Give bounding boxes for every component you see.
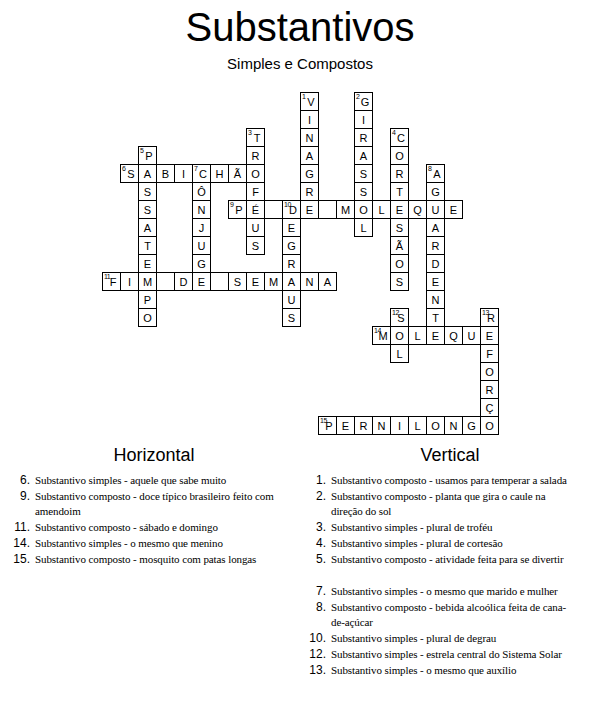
cell-letter: D [427, 258, 444, 271]
clue-item-text: Substantivo simples - aquele que sabe mu… [35, 473, 226, 488]
cell-letter: R [481, 312, 498, 325]
grid-cell[interactable]: U [192, 236, 211, 255]
grid-cell[interactable]: L [408, 326, 427, 345]
grid-cell[interactable]: L [390, 344, 409, 363]
grid-cell[interactable]: G [192, 254, 211, 273]
cell-letter: S [283, 312, 300, 325]
cell-letter: R [427, 240, 444, 253]
clue-item-number: 6. [6, 473, 30, 488]
grid-cell[interactable]: 7C [192, 164, 211, 183]
grid-cell[interactable]: L [372, 200, 391, 219]
grid-cell[interactable]: L [354, 218, 373, 237]
horizontal-clue-list: 6.Substantivo simples - aquele que sabe … [6, 473, 302, 567]
grid-cell[interactable]: A [138, 218, 157, 237]
cell-letter: A [301, 150, 318, 163]
cell-letter: G [463, 420, 480, 433]
cell-letter: A [139, 222, 156, 235]
cell-letter: O [139, 312, 156, 325]
clue-item-number: 14. [6, 536, 30, 551]
cell-letter: N [301, 276, 318, 289]
grid-cell[interactable]: S [354, 164, 373, 183]
grid-cell[interactable]: T [426, 308, 445, 327]
grid-cell[interactable]: R [300, 182, 319, 201]
grid-cell[interactable]: D [174, 272, 193, 291]
grid-cell[interactable]: R [282, 254, 301, 273]
grid-cell[interactable]: A [282, 272, 301, 291]
cell-letter: P [319, 420, 336, 433]
clue-item-number: 7. [302, 584, 326, 599]
cell-letter: I [175, 168, 192, 181]
grid-cell[interactable]: Q [408, 200, 427, 219]
grid-cell[interactable]: Ô [192, 182, 211, 201]
cell-letter: O [247, 168, 264, 181]
cell-letter: G [301, 168, 318, 181]
grid-cell[interactable]: O [390, 254, 409, 273]
grid-cell[interactable]: S [354, 182, 373, 201]
cell-letter: R [247, 150, 264, 163]
cell-letter: P [139, 150, 156, 163]
grid-cell[interactable]: I [300, 110, 319, 129]
cell-letter: C [391, 132, 408, 145]
clue-item-text: Substantivo simples - plural de troféu [331, 520, 492, 535]
grid-cell[interactable]: A [300, 146, 319, 165]
cell-letter: E [427, 330, 444, 343]
grid-cell[interactable]: A [138, 164, 157, 183]
grid-cell[interactable]: U [462, 326, 481, 345]
clue-item: 3.Substantivo simples - plural de troféu [302, 520, 598, 535]
cell-letter: C [193, 168, 210, 181]
clue-item-text: Substantivo simples - plural de cortesão [331, 536, 503, 551]
grid-cell[interactable]: R [354, 128, 373, 147]
grid-cell[interactable]: G [300, 164, 319, 183]
clue-item: 15.Substantivo composto - mosquito com p… [6, 552, 302, 567]
cell-letter: S [355, 168, 372, 181]
cell-letter: L [373, 204, 390, 217]
grid-cell[interactable]: M [138, 272, 157, 291]
clue-item-number: 5. [302, 552, 326, 567]
page-subtitle: Simples e Compostos [0, 55, 600, 72]
cell-letter: D [283, 204, 300, 217]
grid-cell[interactable]: S [282, 308, 301, 327]
cell-letter: Ç [481, 402, 498, 415]
grid-cell[interactable]: A [318, 272, 337, 291]
clue-item-text: Substantivo composto - bebida alcoólica … [331, 600, 566, 630]
cell-letter: T [427, 312, 444, 325]
grid-cell[interactable]: H [210, 164, 229, 183]
cell-letter: U [193, 240, 210, 253]
cell-letter: O [391, 258, 408, 271]
cell-letter: E [283, 222, 300, 235]
grid-cell[interactable]: 3T [246, 128, 265, 147]
grid-cell[interactable]: S [228, 272, 247, 291]
cell-letter: G [193, 258, 210, 271]
grid-cell[interactable]: D [426, 254, 445, 273]
grid-cell[interactable]: O [354, 200, 373, 219]
grid-cell[interactable]: E [426, 326, 445, 345]
grid-cell[interactable]: O [480, 362, 499, 381]
grid-cell[interactable]: Ã [228, 164, 247, 183]
grid-cell[interactable]: E [480, 326, 499, 345]
clue-item-number: 1. [302, 473, 326, 488]
grid-cell[interactable]: 12S [390, 308, 409, 327]
grid-cell[interactable]: G [426, 182, 445, 201]
grid-cell[interactable]: E [138, 254, 157, 273]
grid-cell[interactable]: P [138, 290, 157, 309]
grid-cell[interactable]: O [246, 164, 265, 183]
cell-letter: N [301, 132, 318, 145]
cell-letter: Ã [391, 240, 408, 253]
cell-letter: N [373, 420, 390, 433]
grid-cell[interactable]: I [354, 110, 373, 129]
cell-letter: Q [409, 204, 426, 217]
clue-item-text: Substantivo simples - plural de degrau [331, 631, 496, 646]
grid-cell[interactable]: M [336, 200, 355, 219]
clue-item-text: Substantivo simples - o mesmo que menino [35, 536, 223, 551]
grid-cell[interactable]: S [390, 218, 409, 237]
clue-item-text: Substantivo composto - usamos para tempe… [331, 473, 567, 488]
cell-letter: R [283, 258, 300, 271]
cell-letter: L [409, 330, 426, 343]
grid-cell[interactable]: E [300, 200, 319, 219]
cell-letter: F [103, 276, 120, 289]
cell-letter: S [139, 204, 156, 217]
grid-cell[interactable]: 4C [390, 128, 409, 147]
cell-letter: Ã [229, 168, 246, 181]
cell-letter: M [265, 276, 282, 289]
grid-cell[interactable]: A [426, 218, 445, 237]
cell-letter: E [337, 420, 354, 433]
page-title: Substantivos [0, 5, 600, 49]
clue-item-number: 8. [302, 600, 326, 630]
clues-vertical-section: Vertical 1.Substantivo composto - usamos… [302, 444, 598, 679]
clue-item: 9.Substantivo composto - doce típico bra… [6, 489, 302, 519]
cell-letter: N [427, 294, 444, 307]
cell-letter: T [247, 132, 264, 145]
grid-cell[interactable]: B [156, 164, 175, 183]
grid-cell[interactable]: F [246, 182, 265, 201]
grid-cell[interactable]: O [390, 146, 409, 165]
cell-letter: L [409, 420, 426, 433]
clue-item-text: Substantivo simples - o mesmo que marido… [331, 584, 558, 599]
cell-letter: E [301, 204, 318, 217]
grid-cell[interactable]: E [390, 200, 409, 219]
grid-cell[interactable]: U [426, 200, 445, 219]
clue-item: 8.Substantivo composto - bebida alcoólic… [302, 600, 598, 630]
grid-cell[interactable]: I [174, 164, 193, 183]
cell-letter: B [157, 168, 174, 181]
cell-letter: U [247, 222, 264, 235]
grid-cell[interactable]: T [390, 182, 409, 201]
grid-cell[interactable]: S [246, 236, 265, 255]
cell-letter: A [427, 222, 444, 235]
clue-item: 7.Substantivo simples - o mesmo que mari… [302, 584, 598, 599]
cell-letter: J [193, 222, 210, 235]
cell-letter: O [391, 330, 408, 343]
cell-letter: U [463, 330, 480, 343]
cell-letter: E [247, 276, 264, 289]
clue-item: 14.Substantivo simples - o mesmo que men… [6, 536, 302, 551]
clue-item-number: 12. [302, 647, 326, 662]
clue-item-text: Substantivo simples - o mesmo que auxíli… [331, 663, 516, 678]
cell-letter: S [139, 186, 156, 199]
cell-letter: T [391, 186, 408, 199]
cell-letter: L [391, 348, 408, 361]
grid-cell[interactable]: U [282, 290, 301, 309]
grid-cell[interactable]: 5P [138, 146, 157, 165]
grid-cell[interactable]: 15P [318, 416, 337, 435]
cell-letter: M [139, 276, 156, 289]
clue-item-text: Substantivo composto - atividade feita p… [331, 552, 563, 567]
clue-item-text: Substantivo composto - planta que gira o… [331, 489, 545, 519]
cell-letter: E [193, 276, 210, 289]
clue-item-number: 2. [302, 489, 326, 519]
grid-cell[interactable]: M [264, 272, 283, 291]
grid-cell[interactable]: E [192, 272, 211, 291]
grid-cell[interactable]: 9P [228, 200, 247, 219]
grid-cell[interactable]: I [120, 272, 139, 291]
cell-letter: E [139, 258, 156, 271]
cell-letter: F [481, 348, 498, 361]
grid-cell[interactable]: O [426, 416, 445, 435]
cell-letter: N [193, 204, 210, 217]
cell-letter: R [391, 168, 408, 181]
cell-letter: E [445, 204, 462, 217]
grid-cell[interactable]: R [246, 146, 265, 165]
grid-cell[interactable]: N [192, 200, 211, 219]
grid-cell[interactable]: N [300, 272, 319, 291]
cell-letter: S [121, 168, 138, 181]
cell-letter: S [391, 222, 408, 235]
clue-item-text: Substantivo composto - sábado e domingo [35, 520, 218, 535]
grid-cell[interactable]: 13R [480, 308, 499, 327]
clue-item: 5.Substantivo composto - atividade feita… [302, 552, 598, 567]
clue-item-number: 11. [6, 520, 30, 535]
cell-letter: E [481, 330, 498, 343]
cell-letter: G [355, 96, 372, 109]
grid-cell[interactable]: 14M [372, 326, 391, 345]
cell-letter: I [121, 276, 138, 289]
cell-letter: R [301, 186, 318, 199]
clue-item-text: Substantivo composto - doce típico brasi… [35, 489, 274, 519]
cell-letter: F [247, 186, 264, 199]
cell-letter: G [283, 240, 300, 253]
grid-cell[interactable]: S [138, 200, 157, 219]
clue-item: 1.Substantivo composto - usamos para tem… [302, 473, 598, 488]
grid-cell[interactable]: N [444, 416, 463, 435]
grid-cell[interactable]: R [354, 416, 373, 435]
clues-horizontal-section: Horizontal 6.Substantivo simples - aquel… [6, 444, 302, 568]
grid-cell[interactable]: U [246, 218, 265, 237]
clue-item-number: 4. [302, 536, 326, 551]
cell-letter: R [355, 132, 372, 145]
grid-cell[interactable]: F [480, 344, 499, 363]
grid-cell[interactable]: Ç [480, 398, 499, 417]
grid-cell[interactable]: T [138, 236, 157, 255]
clue-item: 2.Substantivo composto - planta que gira… [302, 489, 598, 519]
clue-item-number: 15. [6, 552, 30, 567]
cell-letter: O [481, 366, 498, 379]
clue-item: 4.Substantivo simples - plural de cortes… [302, 536, 598, 551]
cell-letter: L [355, 222, 372, 235]
cell-letter: H [211, 168, 228, 181]
grid-cell[interactable]: 2G [354, 92, 373, 111]
cell-letter: S [391, 312, 408, 325]
cell-letter: G [427, 186, 444, 199]
cell-letter: O [391, 150, 408, 163]
grid-cell[interactable]: O [480, 416, 499, 435]
vertical-clue-list: 1.Substantivo composto - usamos para tem… [302, 473, 598, 678]
clue-item: 11.Substantivo composto - sábado e domin… [6, 520, 302, 535]
horizontal-heading: Horizontal [6, 444, 302, 466]
cell-letter: I [301, 114, 318, 127]
grid-cell[interactable]: S [390, 272, 409, 291]
grid-cell[interactable]: I [390, 416, 409, 435]
clue-item: 10.Substantivo simples - plural de degra… [302, 631, 598, 646]
cell-letter: S [355, 186, 372, 199]
grid-cell[interactable] [210, 272, 229, 291]
grid-cell[interactable] [318, 200, 337, 219]
grid-cell[interactable]: A [354, 146, 373, 165]
cell-letter: N [445, 420, 462, 433]
cell-letter: V [301, 96, 318, 109]
clue-item-number: 9. [6, 489, 30, 519]
cell-letter: O [481, 420, 498, 433]
crossword-grid: 1V2GII3TNR4C5PRAAO6SABI7CHÃOGSR8ASÔFRSTG… [102, 92, 499, 435]
grid-cell[interactable]: E [444, 200, 463, 219]
clue-item-number: 10. [302, 631, 326, 646]
cell-letter: P [139, 294, 156, 307]
grid-cell[interactable]: 8A [426, 164, 445, 183]
cell-letter: M [373, 330, 390, 343]
grid-cell[interactable] [156, 272, 175, 291]
cell-letter: S [247, 240, 264, 253]
cell-letter: U [283, 294, 300, 307]
grid-cell[interactable]: N [300, 128, 319, 147]
clue-item: 12.Substantivo simples - estrela central… [302, 647, 598, 662]
cell-letter: D [175, 276, 192, 289]
clue-item-number: 13. [302, 663, 326, 678]
grid-cell[interactable]: 11F [102, 272, 121, 291]
cell-letter: Ô [193, 186, 210, 199]
grid-cell[interactable]: J [192, 218, 211, 237]
clue-item-text: Substantivo composto - mosquito com pata… [35, 552, 256, 567]
cell-letter: A [283, 276, 300, 289]
clue-item: 6.Substantivo simples - aquele que sabe … [6, 473, 302, 488]
clue-item-text: Substantivo simples - estrela central do… [331, 647, 562, 662]
cell-letter: R [355, 420, 372, 433]
clue-item-number: 3. [302, 520, 326, 535]
grid-cell[interactable]: E [426, 272, 445, 291]
grid-cell[interactable]: Ã [390, 236, 409, 255]
cell-letter: E [427, 276, 444, 289]
cell-letter: U [427, 204, 444, 217]
grid-cell[interactable]: 6S [120, 164, 139, 183]
grid-cell[interactable]: N [426, 290, 445, 309]
cell-letter: Q [445, 330, 462, 343]
grid-cell[interactable]: G [282, 236, 301, 255]
grid-cell[interactable]: R [390, 164, 409, 183]
cell-letter: P [229, 204, 246, 217]
cell-letter: S [229, 276, 246, 289]
grid-cell[interactable]: R [426, 236, 445, 255]
grid-cell[interactable]: E [246, 272, 265, 291]
cell-letter: S [391, 276, 408, 289]
grid-cell[interactable]: L [408, 416, 427, 435]
cell-letter: A [427, 168, 444, 181]
cell-letter: A [139, 168, 156, 181]
grid-cell[interactable]: S [138, 182, 157, 201]
vertical-heading: Vertical [302, 444, 598, 466]
cell-letter: A [355, 150, 372, 163]
grid-cell[interactable]: E [282, 218, 301, 237]
grid-cell[interactable]: R [480, 380, 499, 399]
cell-letter: O [355, 204, 372, 217]
cell-letter: M [337, 204, 354, 217]
cell-letter: I [355, 114, 372, 127]
grid-cell[interactable]: 1V [300, 92, 319, 111]
cell-letter: R [481, 384, 498, 397]
cell-letter: O [427, 420, 444, 433]
clue-item: 13.Substantivo simples - o mesmo que aux… [302, 663, 598, 678]
cell-letter: I [391, 420, 408, 433]
cell-letter: É [247, 204, 264, 217]
grid-cell[interactable]: G [462, 416, 481, 435]
cell-letter: T [139, 240, 156, 253]
cell-letter: E [391, 204, 408, 217]
grid-cell[interactable]: E [336, 416, 355, 435]
cell-letter: A [319, 276, 336, 289]
grid-cell[interactable]: 10D [282, 200, 301, 219]
grid-cell[interactable]: O [390, 326, 409, 345]
grid-cell[interactable] [264, 200, 283, 219]
grid-cell[interactable]: É [246, 200, 265, 219]
grid-cell[interactable]: N [372, 416, 391, 435]
grid-cell[interactable]: O [138, 308, 157, 327]
grid-cell[interactable]: Q [444, 326, 463, 345]
